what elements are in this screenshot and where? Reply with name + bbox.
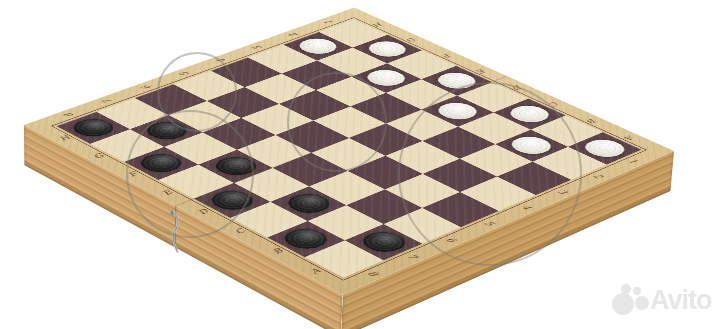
avito-logo: Avito xyxy=(604,283,720,323)
avito-logo-circle-icon xyxy=(635,296,649,310)
avito-logo-circle-icon xyxy=(612,293,634,315)
avito-logo-circle-icon xyxy=(621,284,631,294)
watermark-circle-icon xyxy=(398,82,582,266)
avito-logo-circle-icon xyxy=(633,287,641,295)
listing-photo: HGFEDCBAHGFEDCBA1234567812345678 xyxy=(0,0,720,329)
watermark-circle-icon xyxy=(126,110,254,238)
watermark-circle-icon xyxy=(287,72,387,172)
avito-logo-text: Avito xyxy=(650,285,712,316)
